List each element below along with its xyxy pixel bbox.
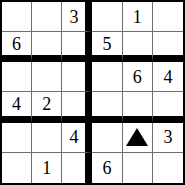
cell-r3c4[interactable] (92, 62, 122, 92)
cell-r6c5[interactable] (123, 153, 153, 183)
given-digit: 1 (133, 8, 142, 26)
sudoku-board: 316564424316 (0, 0, 185, 185)
cell-r5c4[interactable] (92, 123, 122, 153)
cell-r5c3[interactable]: 4 (62, 123, 92, 153)
cursor-triangle-icon (126, 128, 148, 146)
given-digit: 5 (103, 35, 112, 53)
given-digit: 3 (69, 8, 78, 26)
cell-r2c2[interactable] (32, 32, 62, 62)
given-digit: 2 (42, 95, 51, 113)
cell-r5c1[interactable] (2, 123, 32, 153)
cell-r2c4[interactable]: 5 (92, 32, 122, 62)
given-digit: 4 (69, 128, 78, 146)
cell-r3c5[interactable]: 6 (123, 62, 153, 92)
cell-r5c2[interactable] (32, 123, 62, 153)
cell-r4c5[interactable] (123, 92, 153, 122)
cell-r2c5[interactable] (123, 32, 153, 62)
cell-r4c3[interactable] (62, 92, 92, 122)
cell-r2c1[interactable]: 6 (2, 32, 32, 62)
cell-r3c2[interactable] (32, 62, 62, 92)
cell-r4c2[interactable]: 2 (32, 92, 62, 122)
cell-r4c1[interactable]: 4 (2, 92, 32, 122)
cell-r3c6[interactable]: 4 (153, 62, 183, 92)
cell-r6c2[interactable]: 1 (32, 153, 62, 183)
cell-r6c6[interactable] (153, 153, 183, 183)
cell-r6c3[interactable] (62, 153, 92, 183)
cell-r6c4[interactable]: 6 (92, 153, 122, 183)
cell-r1c2[interactable] (32, 2, 62, 32)
cell-r1c1[interactable] (2, 2, 32, 32)
cell-r1c4[interactable] (92, 2, 122, 32)
cell-r2c3[interactable] (62, 32, 92, 62)
given-digit: 1 (42, 159, 51, 177)
cell-r1c6[interactable] (153, 2, 183, 32)
given-digit: 4 (12, 95, 21, 113)
cell-r5c6[interactable]: 3 (153, 123, 183, 153)
cell-r4c6[interactable] (153, 92, 183, 122)
cell-r2c6[interactable] (153, 32, 183, 62)
given-digit: 6 (12, 35, 21, 53)
cell-r4c4[interactable] (92, 92, 122, 122)
given-digit: 3 (163, 128, 172, 146)
cell-r3c1[interactable] (2, 62, 32, 92)
given-digit: 6 (103, 159, 112, 177)
cell-r1c5[interactable]: 1 (123, 2, 153, 32)
given-digit: 6 (133, 68, 142, 86)
cell-r6c1[interactable] (2, 153, 32, 183)
cell-r3c3[interactable] (62, 62, 92, 92)
cell-r1c3[interactable]: 3 (62, 2, 92, 32)
cell-r5c5[interactable] (123, 123, 153, 153)
given-digit: 4 (163, 68, 172, 86)
